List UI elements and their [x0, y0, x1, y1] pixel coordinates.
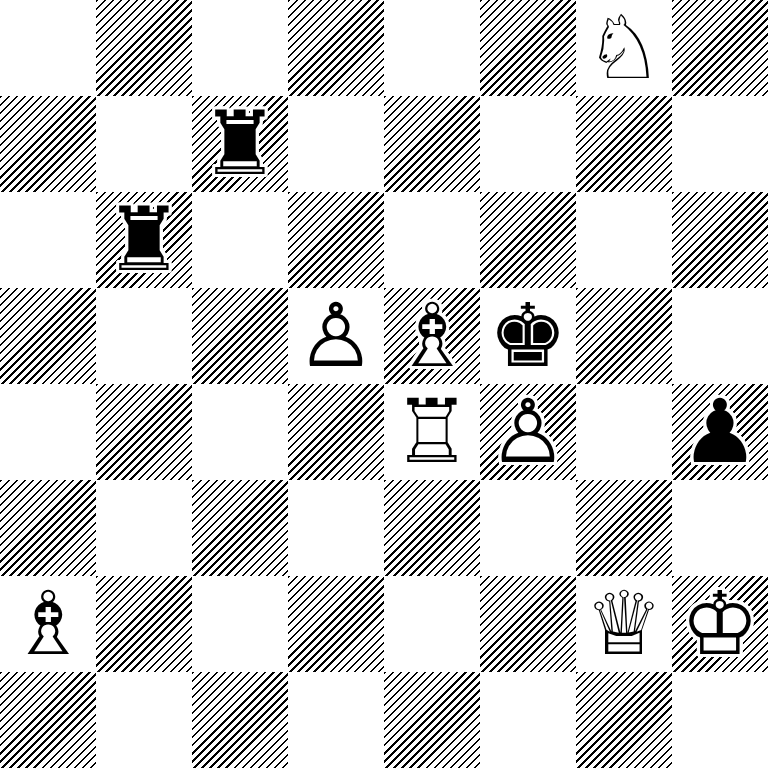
square-h3[interactable] [672, 480, 768, 576]
square-b8[interactable] [96, 0, 192, 96]
square-b3[interactable] [96, 480, 192, 576]
piece-white-pawn[interactable]: ♟♙ [288, 288, 384, 384]
square-h7[interactable] [672, 96, 768, 192]
chess-diagram: ♞♘♜♜♜♜♟♙♝♗♚♚♜♖♟♙♟♟♝♗♛♕♚♔ [0, 0, 768, 768]
white-queen-icon: ♕ [585, 576, 664, 672]
square-a6[interactable] [0, 192, 96, 288]
square-g2[interactable]: ♛♕ [576, 576, 672, 672]
piece-white-pawn[interactable]: ♟♙ [480, 384, 576, 480]
square-b7[interactable] [96, 96, 192, 192]
square-c8[interactable] [192, 0, 288, 96]
square-a7[interactable] [0, 96, 96, 192]
square-d7[interactable] [288, 96, 384, 192]
square-f3[interactable] [480, 480, 576, 576]
square-d2[interactable] [288, 576, 384, 672]
white-pawn-icon: ♙ [489, 384, 568, 480]
piece-white-king[interactable]: ♚♔ [672, 576, 768, 672]
square-a2[interactable]: ♝♗ [0, 576, 96, 672]
white-bishop-icon: ♗ [393, 288, 472, 384]
piece-white-bishop[interactable]: ♝♗ [384, 288, 480, 384]
square-g3[interactable] [576, 480, 672, 576]
piece-white-queen[interactable]: ♛♕ [576, 576, 672, 672]
square-e4[interactable]: ♜♖ [384, 384, 480, 480]
square-c5[interactable] [192, 288, 288, 384]
square-f4[interactable]: ♟♙ [480, 384, 576, 480]
square-g8[interactable]: ♞♘ [576, 0, 672, 96]
piece-white-bishop[interactable]: ♝♗ [0, 576, 96, 672]
square-h1[interactable] [672, 672, 768, 768]
square-h4[interactable]: ♟♟ [672, 384, 768, 480]
square-c6[interactable] [192, 192, 288, 288]
square-f6[interactable] [480, 192, 576, 288]
piece-white-rook[interactable]: ♜♖ [384, 384, 480, 480]
square-d1[interactable] [288, 672, 384, 768]
white-bishop-icon: ♗ [9, 576, 88, 672]
square-h2[interactable]: ♚♔ [672, 576, 768, 672]
black-rook-icon: ♜ [105, 192, 184, 288]
square-e3[interactable] [384, 480, 480, 576]
square-e8[interactable] [384, 0, 480, 96]
square-d6[interactable] [288, 192, 384, 288]
square-b5[interactable] [96, 288, 192, 384]
square-a8[interactable] [0, 0, 96, 96]
piece-black-rook[interactable]: ♜♜ [192, 96, 288, 192]
square-g6[interactable] [576, 192, 672, 288]
square-h6[interactable] [672, 192, 768, 288]
white-king-icon: ♔ [681, 576, 760, 672]
white-pawn-icon: ♙ [297, 288, 376, 384]
square-c4[interactable] [192, 384, 288, 480]
square-e2[interactable] [384, 576, 480, 672]
square-d5[interactable]: ♟♙ [288, 288, 384, 384]
square-h5[interactable] [672, 288, 768, 384]
piece-black-rook[interactable]: ♜♜ [96, 192, 192, 288]
square-f8[interactable] [480, 0, 576, 96]
white-rook-icon: ♖ [393, 384, 472, 480]
square-d3[interactable] [288, 480, 384, 576]
chess-board: ♞♘♜♜♜♜♟♙♝♗♚♚♜♖♟♙♟♟♝♗♛♕♚♔ [0, 0, 768, 768]
black-pawn-icon: ♟ [681, 384, 760, 480]
square-f5[interactable]: ♚♚ [480, 288, 576, 384]
square-d4[interactable] [288, 384, 384, 480]
square-a1[interactable] [0, 672, 96, 768]
white-knight-icon: ♘ [585, 0, 664, 96]
square-b1[interactable] [96, 672, 192, 768]
piece-black-pawn[interactable]: ♟♟ [672, 384, 768, 480]
square-b4[interactable] [96, 384, 192, 480]
square-c7[interactable]: ♜♜ [192, 96, 288, 192]
square-e7[interactable] [384, 96, 480, 192]
square-e1[interactable] [384, 672, 480, 768]
square-g5[interactable] [576, 288, 672, 384]
square-a4[interactable] [0, 384, 96, 480]
square-c3[interactable] [192, 480, 288, 576]
square-a3[interactable] [0, 480, 96, 576]
square-g4[interactable] [576, 384, 672, 480]
square-g7[interactable] [576, 96, 672, 192]
square-g1[interactable] [576, 672, 672, 768]
square-f7[interactable] [480, 96, 576, 192]
square-d8[interactable] [288, 0, 384, 96]
piece-black-king[interactable]: ♚♚ [480, 288, 576, 384]
square-b2[interactable] [96, 576, 192, 672]
square-b6[interactable]: ♜♜ [96, 192, 192, 288]
black-king-icon: ♚ [489, 288, 568, 384]
square-e5[interactable]: ♝♗ [384, 288, 480, 384]
square-c2[interactable] [192, 576, 288, 672]
square-e6[interactable] [384, 192, 480, 288]
square-f1[interactable] [480, 672, 576, 768]
square-c1[interactable] [192, 672, 288, 768]
square-a5[interactable] [0, 288, 96, 384]
piece-white-knight[interactable]: ♞♘ [576, 0, 672, 96]
square-f2[interactable] [480, 576, 576, 672]
square-h8[interactable] [672, 0, 768, 96]
black-rook-icon: ♜ [201, 96, 280, 192]
